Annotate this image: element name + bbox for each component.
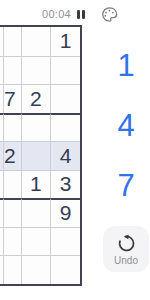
sudoku-cell[interactable] [21,141,51,170]
sudoku-cell[interactable] [21,56,51,85]
sudoku-cell[interactable] [21,255,51,284]
sudoku-cell[interactable] [3,198,21,227]
sudoku-board: 17224139 [0,25,82,286]
sudoku-cell[interactable] [21,113,51,142]
sudoku-screen: 00:04 17224139 147 Undo [0,0,150,300]
sudoku-cell[interactable] [3,227,21,256]
undo-button[interactable]: Undo [103,226,149,272]
sudoku-cell[interactable] [3,56,21,85]
sudoku-cell[interactable]: 9 [50,198,80,227]
undo-arrow-icon [116,233,137,254]
sudoku-cell[interactable]: 1 [50,27,80,56]
sudoku-cell[interactable]: 4 [50,141,80,170]
sudoku-cell[interactable] [3,27,21,56]
numpad-digit-4[interactable]: 4 [104,108,148,144]
sudoku-cell[interactable] [50,113,80,142]
sudoku-cell[interactable] [3,255,21,284]
sudoku-cell[interactable] [50,255,80,284]
sudoku-cell[interactable] [50,84,80,113]
sudoku-cell[interactable] [21,227,51,256]
sudoku-cell[interactable] [50,56,80,85]
sudoku-cell[interactable] [3,113,21,142]
numpad-digit-1[interactable]: 1 [104,48,148,84]
numpad-digit-7[interactable]: 7 [104,168,148,204]
sudoku-cell[interactable]: 7 [3,84,21,113]
timer: 00:04 [42,6,85,22]
sudoku-cell[interactable] [21,198,51,227]
sudoku-cell[interactable]: 3 [50,170,80,199]
sudoku-cell[interactable]: 2 [3,141,21,170]
sudoku-cell[interactable] [21,27,51,56]
timer-text: 00:04 [42,8,71,20]
sudoku-cell[interactable]: 2 [21,84,51,113]
sudoku-cell[interactable]: 1 [21,170,51,199]
pause-icon[interactable] [77,10,85,19]
undo-button-label: Undo [114,255,138,266]
sudoku-cell[interactable] [50,227,80,256]
sudoku-cell[interactable] [3,170,21,199]
palette-icon[interactable] [100,5,119,24]
